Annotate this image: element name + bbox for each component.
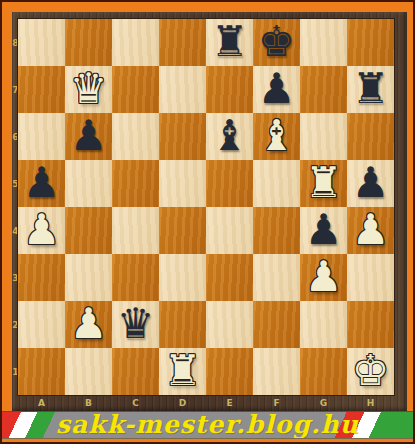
square-d8 <box>159 19 206 66</box>
white-pawn-b2: ♟ <box>70 303 108 345</box>
white-rook-g5: ♜ <box>305 162 343 204</box>
white-rook-d1: ♜ <box>164 350 202 392</box>
black-pawn-h5: ♟ <box>352 162 390 204</box>
square-d1: ♜ <box>159 348 206 395</box>
white-king-h1: ♚ <box>352 350 390 392</box>
square-d4 <box>159 207 206 254</box>
square-e8: ♜ <box>206 19 253 66</box>
square-h6 <box>347 113 394 160</box>
square-b4 <box>65 207 112 254</box>
square-d3 <box>159 254 206 301</box>
white-bishop-f6: ♝ <box>258 115 296 157</box>
chess-diagram: 87654321 ♜♚♛♟♜♟♝♝♟♜♟♟♟♟♟♟♛♜♚ ABCDEFGH sa… <box>0 0 415 444</box>
square-f4 <box>253 207 300 254</box>
square-g5: ♜ <box>300 160 347 207</box>
square-h5: ♟ <box>347 160 394 207</box>
file-label-a: A <box>18 396 65 410</box>
square-g1 <box>300 348 347 395</box>
square-e1 <box>206 348 253 395</box>
white-pawn-g3: ♟ <box>305 256 343 298</box>
square-e7 <box>206 66 253 113</box>
square-b7: ♛ <box>65 66 112 113</box>
square-c7 <box>112 66 159 113</box>
square-g7 <box>300 66 347 113</box>
square-b8 <box>65 19 112 66</box>
square-b1 <box>65 348 112 395</box>
square-c8 <box>112 19 159 66</box>
square-g2 <box>300 301 347 348</box>
square-h1: ♚ <box>347 348 394 395</box>
file-labels: ABCDEFGH <box>18 396 394 410</box>
square-e3 <box>206 254 253 301</box>
black-pawn-g4: ♟ <box>305 209 343 251</box>
square-h8 <box>347 19 394 66</box>
square-a2 <box>18 301 65 348</box>
chess-board: ♜♚♛♟♜♟♝♝♟♜♟♟♟♟♟♟♛♜♚ <box>18 19 394 395</box>
square-a5: ♟ <box>18 160 65 207</box>
square-b5 <box>65 160 112 207</box>
square-c3 <box>112 254 159 301</box>
square-e5 <box>206 160 253 207</box>
black-pawn-b6: ♟ <box>70 115 108 157</box>
white-pawn-a4: ♟ <box>23 209 61 251</box>
file-label-f: F <box>253 396 300 410</box>
black-pawn-f7: ♟ <box>258 68 296 110</box>
black-rook-h7: ♜ <box>352 68 390 110</box>
square-a4: ♟ <box>18 207 65 254</box>
square-e6: ♝ <box>206 113 253 160</box>
square-g3: ♟ <box>300 254 347 301</box>
square-a7 <box>18 66 65 113</box>
black-bishop-e6: ♝ <box>211 115 249 157</box>
square-d5 <box>159 160 206 207</box>
black-queen-c2: ♛ <box>117 303 155 345</box>
square-d2 <box>159 301 206 348</box>
file-label-b: B <box>65 396 112 410</box>
white-queen-b7: ♛ <box>70 68 108 110</box>
square-c6 <box>112 113 159 160</box>
square-g6 <box>300 113 347 160</box>
file-label-c: C <box>112 396 159 410</box>
file-label-e: E <box>206 396 253 410</box>
square-g8 <box>300 19 347 66</box>
square-c5 <box>112 160 159 207</box>
black-pawn-a5: ♟ <box>23 162 61 204</box>
square-f1 <box>253 348 300 395</box>
white-pawn-h4: ♟ <box>352 209 390 251</box>
square-g4: ♟ <box>300 207 347 254</box>
square-f6: ♝ <box>253 113 300 160</box>
square-d6 <box>159 113 206 160</box>
square-h3 <box>347 254 394 301</box>
watermark-banner: sakk-mester.blog.hu <box>2 411 413 439</box>
square-a3 <box>18 254 65 301</box>
square-f7: ♟ <box>253 66 300 113</box>
file-label-g: G <box>300 396 347 410</box>
square-c2: ♛ <box>112 301 159 348</box>
black-rook-e8: ♜ <box>211 21 249 63</box>
square-f5 <box>253 160 300 207</box>
black-king-f8: ♚ <box>258 21 296 63</box>
square-b2: ♟ <box>65 301 112 348</box>
square-h4: ♟ <box>347 207 394 254</box>
square-h7: ♜ <box>347 66 394 113</box>
file-label-d: D <box>159 396 206 410</box>
site-watermark: sakk-mester.blog.hu <box>56 411 359 439</box>
square-e4 <box>206 207 253 254</box>
square-a8 <box>18 19 65 66</box>
square-a1 <box>18 348 65 395</box>
square-a6 <box>18 113 65 160</box>
square-b3 <box>65 254 112 301</box>
square-b6: ♟ <box>65 113 112 160</box>
square-h2 <box>347 301 394 348</box>
square-c1 <box>112 348 159 395</box>
square-e2 <box>206 301 253 348</box>
square-f2 <box>253 301 300 348</box>
square-f8: ♚ <box>253 19 300 66</box>
file-label-h: H <box>347 396 394 410</box>
square-c4 <box>112 207 159 254</box>
square-f3 <box>253 254 300 301</box>
square-d7 <box>159 66 206 113</box>
